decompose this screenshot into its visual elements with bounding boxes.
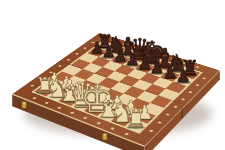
- frame-inlay-dot: [189, 91, 192, 93]
- frame-inlay-dot: [40, 78, 44, 80]
- frame-inlay-dot: [57, 107, 61, 109]
- frame-inlay-dot: [196, 84, 199, 86]
- frame-inlay-dot: [111, 40, 114, 42]
- frame-inlay-dot: [83, 47, 86, 49]
- frame-inlay-dot: [30, 85, 34, 87]
- frame-inlay-dot: [166, 113, 170, 115]
- frame-inlay-dot: [158, 54, 161, 56]
- frame-inlay-dot: [183, 62, 186, 64]
- frame-inlay-dot: [181, 98, 185, 100]
- frame-inlay-dot: [33, 97, 37, 99]
- frame-inlay-dot: [111, 127, 115, 129]
- brass-clasp: [22, 101, 26, 108]
- frame-inlay-dot: [170, 58, 173, 60]
- chess-board: [12, 33, 220, 147]
- frame-inlay-dot: [75, 53, 78, 55]
- frame-inlay-dot: [49, 71, 52, 73]
- frame-inlay-dot: [91, 42, 94, 44]
- frame-inlay-dot: [158, 121, 162, 123]
- frame-inlay-dot: [67, 59, 70, 61]
- frame-inlay-dot: [70, 112, 74, 114]
- brass-clasp-pin: [23, 102, 25, 104]
- frame-inlay-dot: [45, 102, 49, 104]
- frame-inlay-dot: [58, 65, 61, 67]
- frame-inlay-dot: [97, 122, 101, 124]
- frame-inlay-dot: [149, 130, 153, 132]
- frame-inlay-dot: [134, 47, 137, 49]
- chess-set-photo: ♜♞♟♝♟♛♟♚♟♝♟♞♟♜♟♟♟♟♜♟♞♟♝♟♛♟♚♟♝♟♞♜: [0, 0, 225, 150]
- frame-inlay-dot: [146, 51, 149, 53]
- frame-inlay-dot: [174, 106, 178, 108]
- frame-inlay-dot: [203, 78, 206, 80]
- frame-inlay-dot: [123, 43, 126, 45]
- frame-inlay-dot: [83, 117, 87, 119]
- frame-inlay-dot: [125, 133, 129, 135]
- frame-inlay-dot: [196, 66, 199, 68]
